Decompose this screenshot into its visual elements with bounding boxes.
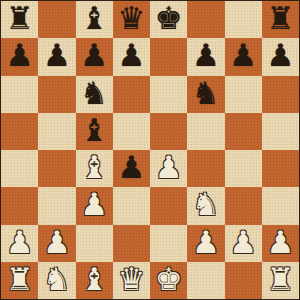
square-b2[interactable]: ♟ <box>38 225 75 262</box>
square-a4[interactable] <box>1 150 38 187</box>
black-queen-icon: ♛ <box>117 3 145 34</box>
black-bishop-icon: ♝ <box>80 3 108 34</box>
square-d1[interactable]: ♛ <box>113 262 150 299</box>
square-d6[interactable] <box>113 76 150 113</box>
black-bishop-icon: ♝ <box>80 115 108 146</box>
square-h1[interactable]: ♜ <box>262 262 299 299</box>
square-h7[interactable]: ♟ <box>262 38 299 75</box>
black-knight-icon: ♞ <box>80 78 108 109</box>
black-knight-icon: ♞ <box>192 78 220 109</box>
black-pawn-icon: ♟ <box>6 40 34 71</box>
square-e5[interactable] <box>150 113 187 150</box>
square-h6[interactable] <box>262 76 299 113</box>
square-a1[interactable]: ♜ <box>1 262 38 299</box>
square-d5[interactable] <box>113 113 150 150</box>
square-f2[interactable]: ♟ <box>187 225 224 262</box>
square-b5[interactable] <box>38 113 75 150</box>
black-pawn-icon: ♟ <box>43 40 71 71</box>
square-e3[interactable] <box>150 187 187 224</box>
square-g2[interactable]: ♟ <box>225 225 262 262</box>
square-g7[interactable]: ♟ <box>225 38 262 75</box>
white-pawn-icon: ♟ <box>6 227 34 258</box>
chess-board: ♜♝♛♚♜♟♟♟♟♟♟♟♞♞♝♝♟♟♟♞♟♟♟♟♟♜♞♝♛♚♜ <box>0 0 300 300</box>
square-b8[interactable] <box>38 1 75 38</box>
black-king-icon: ♚ <box>155 3 183 34</box>
square-f1[interactable] <box>187 262 224 299</box>
square-d7[interactable]: ♟ <box>113 38 150 75</box>
square-c8[interactable]: ♝ <box>76 1 113 38</box>
square-b7[interactable]: ♟ <box>38 38 75 75</box>
square-g5[interactable] <box>225 113 262 150</box>
white-pawn-icon: ♟ <box>192 227 220 258</box>
square-f5[interactable] <box>187 113 224 150</box>
square-b3[interactable] <box>38 187 75 224</box>
square-a8[interactable]: ♜ <box>1 1 38 38</box>
square-h8[interactable]: ♜ <box>262 1 299 38</box>
square-g8[interactable] <box>225 1 262 38</box>
square-c7[interactable]: ♟ <box>76 38 113 75</box>
square-c4[interactable]: ♝ <box>76 150 113 187</box>
square-d3[interactable] <box>113 187 150 224</box>
white-pawn-icon: ♟ <box>229 227 257 258</box>
square-e6[interactable] <box>150 76 187 113</box>
square-f8[interactable] <box>187 1 224 38</box>
square-d2[interactable] <box>113 225 150 262</box>
square-c5[interactable]: ♝ <box>76 113 113 150</box>
square-h2[interactable]: ♟ <box>262 225 299 262</box>
square-a7[interactable]: ♟ <box>1 38 38 75</box>
square-a3[interactable] <box>1 187 38 224</box>
white-pawn-icon: ♟ <box>266 227 294 258</box>
white-rook-icon: ♜ <box>266 264 294 295</box>
square-b6[interactable] <box>38 76 75 113</box>
white-knight-icon: ♞ <box>43 264 71 295</box>
white-pawn-icon: ♟ <box>80 189 108 220</box>
square-e4[interactable]: ♟ <box>150 150 187 187</box>
square-a2[interactable]: ♟ <box>1 225 38 262</box>
square-d8[interactable]: ♛ <box>113 1 150 38</box>
black-pawn-icon: ♟ <box>266 40 294 71</box>
square-c6[interactable]: ♞ <box>76 76 113 113</box>
square-f6[interactable]: ♞ <box>187 76 224 113</box>
square-b4[interactable] <box>38 150 75 187</box>
square-g6[interactable] <box>225 76 262 113</box>
square-f3[interactable]: ♞ <box>187 187 224 224</box>
white-king-icon: ♚ <box>155 264 183 295</box>
square-h3[interactable] <box>262 187 299 224</box>
square-h5[interactable] <box>262 113 299 150</box>
square-e1[interactable]: ♚ <box>150 262 187 299</box>
square-a5[interactable] <box>1 113 38 150</box>
black-pawn-icon: ♟ <box>192 40 220 71</box>
white-rook-icon: ♜ <box>6 264 34 295</box>
square-f7[interactable]: ♟ <box>187 38 224 75</box>
square-e8[interactable]: ♚ <box>150 1 187 38</box>
square-b1[interactable]: ♞ <box>38 262 75 299</box>
square-a6[interactable] <box>1 76 38 113</box>
square-e7[interactable] <box>150 38 187 75</box>
square-g4[interactable] <box>225 150 262 187</box>
square-c3[interactable]: ♟ <box>76 187 113 224</box>
white-pawn-icon: ♟ <box>43 227 71 258</box>
white-queen-icon: ♛ <box>117 264 145 295</box>
black-pawn-icon: ♟ <box>117 40 145 71</box>
square-f4[interactable] <box>187 150 224 187</box>
black-rook-icon: ♜ <box>6 3 34 34</box>
square-h4[interactable] <box>262 150 299 187</box>
square-c2[interactable] <box>76 225 113 262</box>
square-g3[interactable] <box>225 187 262 224</box>
white-pawn-icon: ♟ <box>155 152 183 183</box>
square-e2[interactable] <box>150 225 187 262</box>
white-bishop-icon: ♝ <box>80 152 108 183</box>
square-g1[interactable] <box>225 262 262 299</box>
white-bishop-icon: ♝ <box>80 264 108 295</box>
white-knight-icon: ♞ <box>192 189 220 220</box>
square-c1[interactable]: ♝ <box>76 262 113 299</box>
black-pawn-icon: ♟ <box>229 40 257 71</box>
square-d4[interactable]: ♟ <box>113 150 150 187</box>
black-rook-icon: ♜ <box>266 3 294 34</box>
black-pawn-icon: ♟ <box>80 40 108 71</box>
black-pawn-icon: ♟ <box>117 152 145 183</box>
